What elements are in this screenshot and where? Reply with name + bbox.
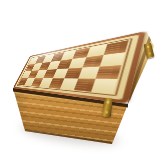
- square-r3c7: [91, 79, 117, 94]
- square-r2c7: [96, 65, 122, 79]
- chess-box-photo: [0, 0, 160, 160]
- brass-latch: [102, 98, 113, 118]
